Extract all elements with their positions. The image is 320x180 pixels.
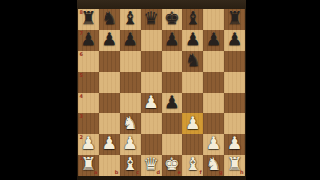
piece-black-knight[interactable]: ♞ <box>101 10 117 28</box>
file-label-e: e <box>177 170 180 175</box>
file-label-f: f <box>200 170 202 175</box>
square-e8[interactable]: ♚ <box>162 9 183 30</box>
square-g1[interactable]: g♞ <box>203 155 224 176</box>
piece-black-pawn[interactable]: ♟ <box>185 31 201 49</box>
square-h5[interactable] <box>224 72 245 93</box>
square-a2[interactable]: 2♟ <box>78 134 99 155</box>
file-label-d: d <box>156 170 160 175</box>
file-label-h: h <box>240 170 244 175</box>
rank-label-1: 1 <box>80 156 83 161</box>
square-a4[interactable]: 4 <box>78 93 99 114</box>
square-e6[interactable] <box>162 51 183 72</box>
file-label-c: c <box>136 170 139 175</box>
rank-label-7: 7 <box>80 31 83 36</box>
rank-label-5: 5 <box>80 73 83 78</box>
square-f6[interactable]: ♞ <box>182 51 203 72</box>
square-g2[interactable]: ♟ <box>203 134 224 155</box>
square-a8[interactable]: 8♜ <box>78 9 99 30</box>
piece-white-pawn[interactable]: ♟ <box>143 94 159 112</box>
square-e7[interactable]: ♟ <box>162 30 183 51</box>
square-e4[interactable]: ♟ <box>162 93 183 114</box>
square-b5[interactable] <box>99 72 120 93</box>
piece-black-rook[interactable]: ♜ <box>227 10 243 28</box>
square-d3[interactable] <box>141 113 162 134</box>
rank-label-4: 4 <box>80 94 83 99</box>
square-b1[interactable]: b <box>99 155 120 176</box>
square-e1[interactable]: e♚ <box>162 155 183 176</box>
square-h2[interactable]: ♟ <box>224 134 245 155</box>
square-g4[interactable] <box>203 93 224 114</box>
square-d8[interactable]: ♛ <box>141 9 162 30</box>
piece-black-pawn[interactable]: ♟ <box>164 31 180 49</box>
rank-label-3: 3 <box>80 114 83 119</box>
square-f2[interactable] <box>182 134 203 155</box>
square-f7[interactable]: ♟ <box>182 30 203 51</box>
square-d7[interactable] <box>141 30 162 51</box>
piece-white-pawn[interactable]: ♟ <box>122 135 138 153</box>
square-e2[interactable] <box>162 134 183 155</box>
piece-black-pawn[interactable]: ♟ <box>101 31 117 49</box>
square-h8[interactable]: ♜ <box>224 9 245 30</box>
square-h1[interactable]: h♜ <box>224 155 245 176</box>
file-label-g: g <box>219 170 223 175</box>
piece-black-pawn[interactable]: ♟ <box>164 94 180 112</box>
square-d4[interactable]: ♟ <box>141 93 162 114</box>
square-e3[interactable] <box>162 113 183 134</box>
square-f5[interactable] <box>182 72 203 93</box>
piece-white-pawn[interactable]: ♟ <box>101 135 117 153</box>
piece-black-queen[interactable]: ♛ <box>143 10 159 28</box>
square-a1[interactable]: 1a♜ <box>78 155 99 176</box>
piece-black-bishop[interactable]: ♝ <box>185 10 201 28</box>
square-c4[interactable] <box>120 93 141 114</box>
square-b6[interactable] <box>99 51 120 72</box>
square-c8[interactable]: ♝ <box>120 9 141 30</box>
square-f3[interactable]: ♟ <box>182 113 203 134</box>
square-c1[interactable]: c♝ <box>120 155 141 176</box>
square-g7[interactable]: ♟ <box>203 30 224 51</box>
square-c2[interactable]: ♟ <box>120 134 141 155</box>
square-c6[interactable] <box>120 51 141 72</box>
piece-white-pawn[interactable]: ♟ <box>185 115 201 133</box>
square-d5[interactable] <box>141 72 162 93</box>
file-label-a: a <box>94 170 97 175</box>
file-label-b: b <box>115 170 119 175</box>
rank-label-8: 8 <box>80 10 83 15</box>
square-g6[interactable] <box>203 51 224 72</box>
square-b8[interactable]: ♞ <box>99 9 120 30</box>
rank-label-2: 2 <box>80 135 83 140</box>
piece-white-knight[interactable]: ♞ <box>122 115 138 133</box>
square-d2[interactable] <box>141 134 162 155</box>
chess-board: 8♜♞♝♛♚♝♜7♟♟♟♟♟♟♟6♞54♟♟3♞♟2♟♟♟♟♟1a♜bc♝d♛e… <box>78 9 245 176</box>
piece-white-pawn[interactable]: ♟ <box>227 135 243 153</box>
piece-black-pawn[interactable]: ♟ <box>227 31 243 49</box>
square-f1[interactable]: f♝ <box>182 155 203 176</box>
square-b3[interactable] <box>99 113 120 134</box>
square-f8[interactable]: ♝ <box>182 9 203 30</box>
square-h7[interactable]: ♟ <box>224 30 245 51</box>
square-c7[interactable]: ♟ <box>120 30 141 51</box>
square-g5[interactable] <box>203 72 224 93</box>
piece-white-pawn[interactable]: ♟ <box>206 135 222 153</box>
square-h4[interactable] <box>224 93 245 114</box>
piece-black-pawn[interactable]: ♟ <box>206 31 222 49</box>
square-d6[interactable] <box>141 51 162 72</box>
square-b4[interactable] <box>99 93 120 114</box>
square-c3[interactable]: ♞ <box>120 113 141 134</box>
square-e5[interactable] <box>162 72 183 93</box>
square-a7[interactable]: 7♟ <box>78 30 99 51</box>
square-a5[interactable]: 5 <box>78 72 99 93</box>
video-canvas: 8♜♞♝♛♚♝♜7♟♟♟♟♟♟♟6♞54♟♟3♞♟2♟♟♟♟♟1a♜bc♝d♛e… <box>0 0 320 180</box>
square-a3[interactable]: 3 <box>78 113 99 134</box>
piece-black-king[interactable]: ♚ <box>164 10 180 28</box>
rank-label-6: 6 <box>80 52 83 57</box>
square-h6[interactable] <box>224 51 245 72</box>
square-c5[interactable] <box>120 72 141 93</box>
square-g3[interactable] <box>203 113 224 134</box>
square-f4[interactable] <box>182 93 203 114</box>
piece-black-pawn[interactable]: ♟ <box>122 31 138 49</box>
square-a6[interactable]: 6 <box>78 51 99 72</box>
piece-white-bishop[interactable]: ♝ <box>185 156 201 174</box>
square-d1[interactable]: d♛ <box>141 155 162 176</box>
square-b7[interactable]: ♟ <box>99 30 120 51</box>
piece-black-knight[interactable]: ♞ <box>185 52 201 70</box>
square-h3[interactable] <box>224 113 245 134</box>
square-b2[interactable]: ♟ <box>99 134 120 155</box>
square-g8[interactable] <box>203 9 224 30</box>
piece-black-bishop[interactable]: ♝ <box>122 10 138 28</box>
